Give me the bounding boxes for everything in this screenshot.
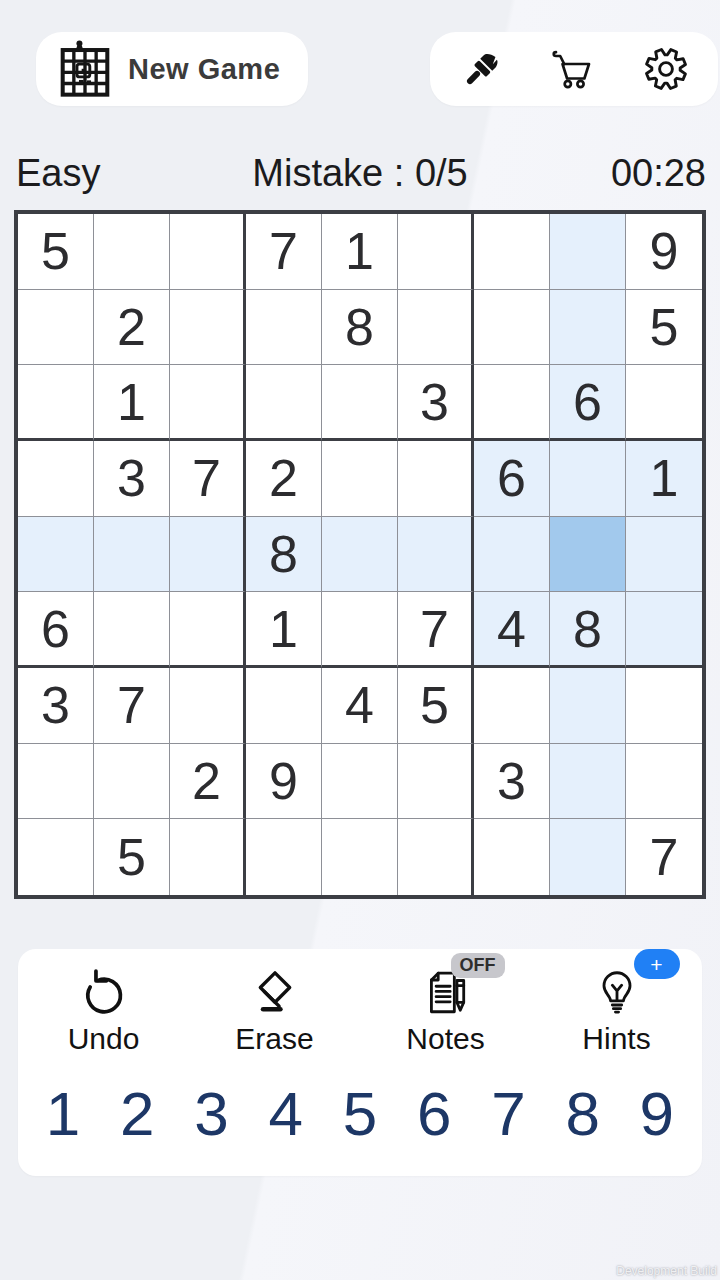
numpad-4[interactable]: 4 (253, 1083, 319, 1145)
cell-r9c6[interactable] (398, 819, 474, 895)
shopping-cart-icon (550, 45, 598, 93)
cell-r6c4[interactable]: 1 (246, 592, 322, 668)
hints-plus-badge: + (634, 949, 680, 979)
cell-r9c9[interactable]: 7 (626, 819, 702, 895)
cell-r5c1[interactable] (18, 517, 94, 593)
top-right-toolbar (430, 32, 718, 106)
cell-r6c9[interactable] (626, 592, 702, 668)
undo-label: Undo (68, 1022, 140, 1056)
shop-button[interactable] (544, 39, 604, 99)
cell-r5c4[interactable]: 8 (246, 517, 322, 593)
cell-r3c3[interactable] (170, 365, 246, 441)
status-bar: Easy Mistake : 0/5 00:28 (0, 150, 720, 196)
cell-r4c2[interactable]: 3 (94, 441, 170, 517)
numpad-7[interactable]: 7 (475, 1083, 541, 1145)
cell-r4c5[interactable] (322, 441, 398, 517)
cell-r3c9[interactable] (626, 365, 702, 441)
cell-r8c6[interactable] (398, 744, 474, 820)
new-game-label: New Game (128, 53, 280, 86)
cell-r8c8[interactable] (550, 744, 626, 820)
cell-r8c1[interactable] (18, 744, 94, 820)
cell-r2c2[interactable]: 2 (94, 290, 170, 366)
cell-r2c5[interactable]: 8 (322, 290, 398, 366)
cell-r7c8[interactable] (550, 668, 626, 744)
watermark: Development Build (616, 1264, 717, 1278)
control-panel: Undo Erase (18, 949, 702, 1176)
gear-icon (642, 45, 690, 93)
cell-r1c5[interactable]: 1 (322, 214, 398, 290)
cell-r1c8[interactable] (550, 214, 626, 290)
cell-r8c5[interactable] (322, 744, 398, 820)
lightbulb-icon (592, 966, 642, 1018)
cell-r7c4[interactable] (246, 668, 322, 744)
cell-r9c3[interactable] (170, 819, 246, 895)
cell-r5c8[interactable] (550, 517, 626, 593)
cell-r3c4[interactable] (246, 365, 322, 441)
cell-r2c7[interactable] (474, 290, 550, 366)
erase-label: Erase (235, 1022, 313, 1056)
cell-r9c4[interactable] (246, 819, 322, 895)
cell-r7c1[interactable]: 3 (18, 668, 94, 744)
cell-r2c6[interactable] (398, 290, 474, 366)
sudoku-app-screen: New Game (0, 0, 720, 1280)
cell-r5c2[interactable] (94, 517, 170, 593)
cell-r1c1[interactable]: 5 (18, 214, 94, 290)
erase-button[interactable]: Erase (189, 962, 360, 1056)
notes-off-badge: OFF (451, 953, 505, 978)
numpad-6[interactable]: 6 (401, 1083, 467, 1145)
cell-r3c6[interactable]: 3 (398, 365, 474, 441)
cell-r3c8[interactable]: 6 (550, 365, 626, 441)
cell-r3c2[interactable]: 1 (94, 365, 170, 441)
cell-r9c1[interactable] (18, 819, 94, 895)
eraser-icon (251, 968, 299, 1018)
cell-r8c9[interactable] (626, 744, 702, 820)
cell-r2c1[interactable] (18, 290, 94, 366)
cell-r9c2[interactable]: 5 (94, 819, 170, 895)
cell-r4c6[interactable] (398, 441, 474, 517)
cell-r8c7[interactable]: 3 (474, 744, 550, 820)
cell-r5c9[interactable] (626, 517, 702, 593)
cell-r6c2[interactable] (94, 592, 170, 668)
numpad-3[interactable]: 3 (179, 1083, 245, 1145)
cell-r2c9[interactable]: 5 (626, 290, 702, 366)
cell-r4c4[interactable]: 2 (246, 441, 322, 517)
cell-r3c7[interactable] (474, 365, 550, 441)
cell-r5c5[interactable] (322, 517, 398, 593)
number-pad: 123456789 (18, 1062, 702, 1166)
cell-r6c8[interactable]: 8 (550, 592, 626, 668)
numpad-8[interactable]: 8 (550, 1083, 616, 1145)
cell-r5c3[interactable] (170, 517, 246, 593)
cell-r3c1[interactable] (18, 365, 94, 441)
cell-r7c7[interactable] (474, 668, 550, 744)
new-game-button[interactable]: New Game (36, 32, 308, 106)
cell-r9c7[interactable] (474, 819, 550, 895)
cell-r7c3[interactable] (170, 668, 246, 744)
cell-r5c7[interactable] (474, 517, 550, 593)
notes-button[interactable]: OFF Notes (360, 962, 531, 1056)
cell-r8c4[interactable]: 9 (246, 744, 322, 820)
cell-r1c6[interactable] (398, 214, 474, 290)
hints-button[interactable]: + Hints (531, 962, 702, 1056)
timer: 00:28 (611, 152, 706, 195)
sudoku-board: 571928513637261861748374529357 (14, 210, 706, 899)
cell-r6c3[interactable] (170, 592, 246, 668)
cell-r4c1[interactable] (18, 441, 94, 517)
cell-r1c2[interactable] (94, 214, 170, 290)
hints-label: Hints (582, 1022, 650, 1056)
paintbrush-icon (458, 45, 506, 93)
cell-r9c8[interactable] (550, 819, 626, 895)
cell-r1c7[interactable] (474, 214, 550, 290)
sudoku-grid-icon (58, 40, 112, 98)
cell-r4c3[interactable]: 7 (170, 441, 246, 517)
cell-r9c5[interactable] (322, 819, 398, 895)
cell-r6c5[interactable] (322, 592, 398, 668)
cell-r8c3[interactable]: 2 (170, 744, 246, 820)
cell-r1c3[interactable] (170, 214, 246, 290)
numpad-1[interactable]: 1 (30, 1083, 96, 1145)
cell-r7c6[interactable]: 5 (398, 668, 474, 744)
cell-r3c5[interactable] (322, 365, 398, 441)
numpad-2[interactable]: 2 (104, 1083, 170, 1145)
undo-button[interactable]: Undo (18, 962, 189, 1056)
cell-r5c6[interactable] (398, 517, 474, 593)
cell-r1c4[interactable]: 7 (246, 214, 322, 290)
cell-r2c3[interactable] (170, 290, 246, 366)
cell-r7c5[interactable]: 4 (322, 668, 398, 744)
cell-r6c7[interactable]: 4 (474, 592, 550, 668)
cell-r6c6[interactable]: 7 (398, 592, 474, 668)
theme-button[interactable] (452, 39, 512, 99)
cell-r4c9[interactable]: 1 (626, 441, 702, 517)
undo-icon (80, 968, 128, 1018)
cell-r4c7[interactable]: 6 (474, 441, 550, 517)
settings-button[interactable] (636, 39, 696, 99)
cell-r8c2[interactable] (94, 744, 170, 820)
cell-r1c9[interactable]: 9 (626, 214, 702, 290)
notes-label: Notes (406, 1022, 484, 1056)
cell-r7c2[interactable]: 7 (94, 668, 170, 744)
toolbar: Undo Erase (18, 949, 702, 1056)
numpad-9[interactable]: 9 (624, 1083, 690, 1145)
cell-r6c1[interactable]: 6 (18, 592, 94, 668)
cell-r4c8[interactable] (550, 441, 626, 517)
cell-r7c9[interactable] (626, 668, 702, 744)
cell-r2c8[interactable] (550, 290, 626, 366)
numpad-5[interactable]: 5 (327, 1083, 393, 1145)
cell-r2c4[interactable] (246, 290, 322, 366)
